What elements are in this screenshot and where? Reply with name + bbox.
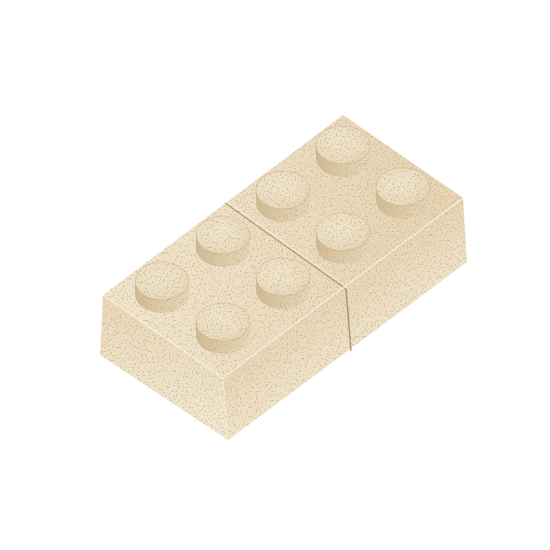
brick-figure — [0, 0, 550, 550]
speckle-texture-overlay — [100, 115, 467, 440]
brick-illustration — [0, 0, 550, 550]
product-image-canvas — [0, 0, 550, 550]
